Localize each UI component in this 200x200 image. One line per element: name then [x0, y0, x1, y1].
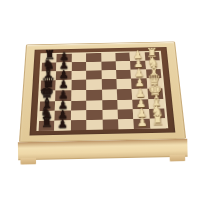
square[interactable] [86, 79, 101, 89]
square[interactable] [102, 110, 118, 120]
square[interactable] [86, 110, 102, 120]
square[interactable] [101, 89, 117, 100]
square[interactable] [101, 53, 116, 62]
square[interactable] [86, 100, 102, 110]
square[interactable]: ♜ [149, 118, 166, 128]
square[interactable] [71, 62, 86, 71]
square[interactable] [71, 80, 86, 90]
square[interactable] [71, 53, 86, 62]
square[interactable] [116, 79, 132, 89]
squares-grid: ♜♟♟♜♞♟♟♞♝♟♟♝♛♟♟♛♚♟♟♚♝♟♟♝♞♟♟♞♜♟♟♜ [36, 51, 168, 131]
chess-board: ♜♟♟♜♞♟♟♞♝♟♟♝♛♟♟♛♚♟♟♚♝♟♟♝♞♟♟♞♜♟♟♜ [19, 41, 186, 142]
board-frame: ♜♟♟♜♞♟♟♞♝♟♟♝♛♟♟♛♚♟♟♚♝♟♟♝♞♟♟♞♜♟♟♜ [19, 41, 186, 142]
square[interactable]: ♜ [39, 121, 55, 131]
square[interactable] [102, 119, 118, 129]
chess-piece-bp[interactable]: ♟ [57, 118, 68, 130]
square[interactable] [86, 89, 101, 100]
square[interactable] [70, 120, 86, 130]
square[interactable] [101, 79, 116, 89]
square[interactable] [71, 70, 86, 80]
square[interactable]: ♟ [134, 119, 150, 129]
square[interactable] [86, 61, 101, 70]
foot-right [170, 155, 186, 162]
square[interactable] [115, 53, 130, 62]
square[interactable] [86, 53, 101, 62]
square[interactable] [102, 100, 118, 110]
square[interactable] [86, 120, 102, 130]
square[interactable] [71, 110, 87, 120]
board-walnut-border: ♜♟♟♜♞♟♟♞♝♟♟♝♛♟♟♛♚♟♟♚♝♟♟♝♞♟♟♞♜♟♟♜ [29, 47, 175, 136]
square[interactable] [86, 70, 101, 80]
square[interactable] [71, 90, 86, 101]
square[interactable] [117, 99, 133, 109]
square[interactable] [117, 89, 133, 100]
square[interactable] [116, 61, 131, 70]
square[interactable]: ♟ [55, 120, 71, 130]
foot-left [20, 158, 36, 165]
square[interactable] [116, 69, 131, 79]
square[interactable] [71, 100, 87, 110]
square[interactable] [101, 61, 116, 70]
chess-piece-wr[interactable]: ♜ [151, 113, 164, 127]
chess-piece-wp[interactable]: ♟ [137, 116, 148, 128]
square[interactable] [118, 119, 134, 129]
square[interactable] [101, 70, 116, 80]
chess-piece-br[interactable]: ♜ [40, 116, 53, 130]
product-photo: ♜♟♟♜♞♟♟♞♝♟♟♝♛♟♟♛♚♟♟♚♝♟♟♝♞♟♟♞♜♟♟♜ [0, 0, 200, 200]
square[interactable] [117, 109, 133, 119]
box-front-face [18, 139, 188, 160]
